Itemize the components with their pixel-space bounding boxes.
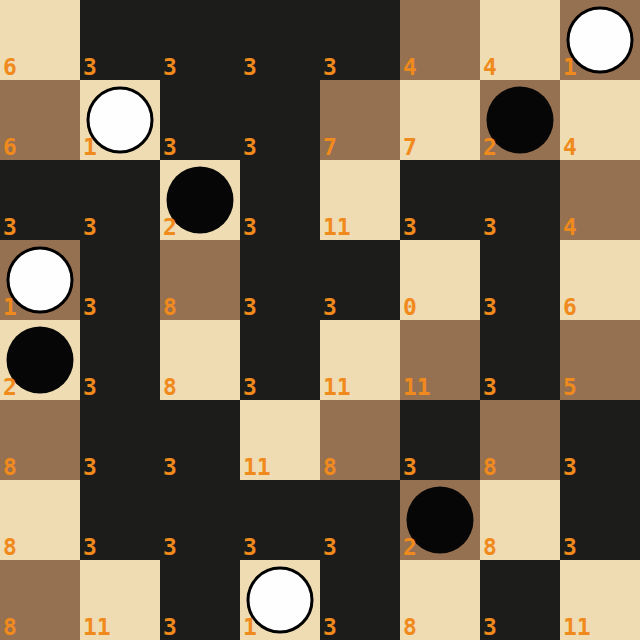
cell-number: 4 bbox=[403, 56, 417, 79]
cell-number: 2 bbox=[483, 136, 497, 159]
cell-number: 3 bbox=[163, 56, 177, 79]
board-cell[interactable]: 11 bbox=[80, 560, 160, 640]
cell-number: 3 bbox=[163, 456, 177, 479]
cell-number: 3 bbox=[403, 456, 417, 479]
board-cell[interactable]: 5 bbox=[560, 320, 640, 400]
cell-number: 8 bbox=[323, 456, 337, 479]
cell-number: 3 bbox=[83, 376, 97, 399]
cell-number: 3 bbox=[323, 536, 337, 559]
cell-number: 3 bbox=[83, 296, 97, 319]
board-cell[interactable]: 11 bbox=[320, 320, 400, 400]
cell-number: 3 bbox=[403, 216, 417, 239]
cell-number: 3 bbox=[483, 216, 497, 239]
board-cell[interactable]: 3 bbox=[80, 160, 160, 240]
cell-number: 2 bbox=[3, 376, 17, 399]
board-cell[interactable]: 7 bbox=[320, 80, 400, 160]
cell-number: 3 bbox=[243, 216, 257, 239]
board-cell[interactable]: 1 bbox=[80, 80, 160, 160]
cell-number: 3 bbox=[163, 136, 177, 159]
cell-number: 11 bbox=[403, 376, 431, 399]
board-cell[interactable]: 3 bbox=[240, 160, 320, 240]
cell-number: 8 bbox=[483, 456, 497, 479]
board-cell[interactable]: 8 bbox=[160, 240, 240, 320]
cell-number: 1 bbox=[3, 296, 17, 319]
cell-number: 3 bbox=[243, 56, 257, 79]
board-cell[interactable]: 4 bbox=[560, 160, 640, 240]
cell-number: 3 bbox=[243, 376, 257, 399]
cell-number: 11 bbox=[83, 616, 111, 639]
board-cell[interactable]: 3 bbox=[80, 400, 160, 480]
cell-number: 4 bbox=[483, 56, 497, 79]
cell-number: 3 bbox=[83, 456, 97, 479]
board-cell[interactable]: 3 bbox=[240, 480, 320, 560]
board-cell[interactable]: 8 bbox=[480, 400, 560, 480]
cell-number: 3 bbox=[323, 296, 337, 319]
board-cell[interactable]: 3 bbox=[400, 400, 480, 480]
cell-number: 3 bbox=[243, 296, 257, 319]
board-cell[interactable]: 8 bbox=[0, 400, 80, 480]
board-cell[interactable]: 3 bbox=[560, 400, 640, 480]
board-cell[interactable]: 3 bbox=[80, 240, 160, 320]
board-cell[interactable]: 3 bbox=[320, 0, 400, 80]
board-cell[interactable]: 3 bbox=[160, 0, 240, 80]
cell-number: 3 bbox=[83, 216, 97, 239]
board-cell[interactable]: 1 bbox=[240, 560, 320, 640]
cell-number: 6 bbox=[3, 56, 17, 79]
board-cell[interactable]: 8 bbox=[480, 480, 560, 560]
cell-number: 3 bbox=[483, 616, 497, 639]
cell-number: 6 bbox=[3, 136, 17, 159]
board-cell[interactable]: 4 bbox=[480, 0, 560, 80]
cell-number: 3 bbox=[563, 536, 577, 559]
cell-number: 11 bbox=[243, 456, 271, 479]
board-cell[interactable]: 8 bbox=[0, 480, 80, 560]
game-board: 6333344161337724332311334138330362383111… bbox=[0, 0, 640, 640]
cell-number: 3 bbox=[483, 376, 497, 399]
board-cell[interactable]: 8 bbox=[400, 560, 480, 640]
board-cell[interactable]: 3 bbox=[80, 480, 160, 560]
board-cell[interactable]: 2 bbox=[480, 80, 560, 160]
cell-number: 3 bbox=[163, 616, 177, 639]
board-cell[interactable]: 3 bbox=[480, 560, 560, 640]
board-cell[interactable]: 3 bbox=[480, 160, 560, 240]
cell-number: 3 bbox=[83, 56, 97, 79]
board-cell[interactable]: 1 bbox=[0, 240, 80, 320]
board-cell[interactable]: 0 bbox=[400, 240, 480, 320]
board-cell[interactable]: 3 bbox=[80, 320, 160, 400]
cell-number: 11 bbox=[323, 216, 351, 239]
board-cell[interactable]: 3 bbox=[560, 480, 640, 560]
cell-number: 3 bbox=[163, 536, 177, 559]
board-cell[interactable]: 3 bbox=[320, 560, 400, 640]
board-cell[interactable]: 3 bbox=[240, 240, 320, 320]
board-cell[interactable]: 3 bbox=[480, 240, 560, 320]
board-cell[interactable]: 6 bbox=[0, 80, 80, 160]
cell-number: 6 bbox=[563, 296, 577, 319]
cell-number: 8 bbox=[3, 616, 17, 639]
board-cell[interactable]: 3 bbox=[480, 320, 560, 400]
board-cell[interactable]: 3 bbox=[240, 320, 320, 400]
board-cell[interactable]: 3 bbox=[160, 560, 240, 640]
board-cell[interactable]: 4 bbox=[560, 80, 640, 160]
board-cell[interactable]: 8 bbox=[160, 320, 240, 400]
cell-number: 11 bbox=[563, 616, 591, 639]
cell-number: 8 bbox=[3, 536, 17, 559]
cell-number: 1 bbox=[83, 136, 97, 159]
cell-number: 11 bbox=[323, 376, 351, 399]
cell-number: 3 bbox=[83, 536, 97, 559]
board-cell[interactable]: 7 bbox=[400, 80, 480, 160]
board-cell[interactable]: 11 bbox=[400, 320, 480, 400]
board-cell[interactable]: 3 bbox=[160, 480, 240, 560]
board-cell[interactable]: 11 bbox=[240, 400, 320, 480]
board-cell[interactable]: 4 bbox=[400, 0, 480, 80]
cell-number: 3 bbox=[563, 456, 577, 479]
cell-number: 0 bbox=[403, 296, 417, 319]
cell-number: 8 bbox=[403, 616, 417, 639]
cell-number: 2 bbox=[403, 536, 417, 559]
board-cell[interactable]: 2 bbox=[0, 320, 80, 400]
board-cell[interactable]: 3 bbox=[320, 240, 400, 320]
board-cell[interactable]: 3 bbox=[240, 80, 320, 160]
board-cell[interactable]: 6 bbox=[560, 240, 640, 320]
cell-number: 3 bbox=[323, 616, 337, 639]
board-cell[interactable]: 3 bbox=[0, 160, 80, 240]
cell-number: 5 bbox=[563, 376, 577, 399]
cell-number: 8 bbox=[483, 536, 497, 559]
board-cell[interactable]: 2 bbox=[400, 480, 480, 560]
board-cell[interactable]: 3 bbox=[400, 160, 480, 240]
cell-number: 1 bbox=[243, 616, 257, 639]
cell-number: 3 bbox=[243, 136, 257, 159]
board-cell[interactable]: 3 bbox=[80, 0, 160, 80]
board-cell[interactable]: 3 bbox=[240, 0, 320, 80]
cell-number: 7 bbox=[403, 136, 417, 159]
cell-number: 3 bbox=[243, 536, 257, 559]
cell-number: 8 bbox=[163, 296, 177, 319]
board-cell[interactable]: 3 bbox=[160, 80, 240, 160]
cell-number: 2 bbox=[163, 216, 177, 239]
cell-number: 1 bbox=[563, 56, 577, 79]
cell-number: 3 bbox=[3, 216, 17, 239]
cell-number: 4 bbox=[563, 216, 577, 239]
cell-number: 8 bbox=[3, 456, 17, 479]
board-cell[interactable]: 1 bbox=[560, 0, 640, 80]
cell-number: 3 bbox=[323, 56, 337, 79]
cell-number: 7 bbox=[323, 136, 337, 159]
cell-number: 8 bbox=[163, 376, 177, 399]
cell-number: 4 bbox=[563, 136, 577, 159]
board-cell[interactable]: 8 bbox=[320, 400, 400, 480]
board-cell[interactable]: 11 bbox=[560, 560, 640, 640]
cell-number: 3 bbox=[483, 296, 497, 319]
board-cell[interactable]: 11 bbox=[320, 160, 400, 240]
board-cell[interactable]: 2 bbox=[160, 160, 240, 240]
board-cell[interactable]: 6 bbox=[0, 0, 80, 80]
board-cell[interactable]: 8 bbox=[0, 560, 80, 640]
board-cell[interactable]: 3 bbox=[160, 400, 240, 480]
board-cell[interactable]: 3 bbox=[320, 480, 400, 560]
